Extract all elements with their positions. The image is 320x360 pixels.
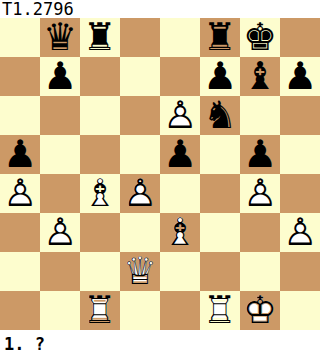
chess-board: ♛♜♜♚♟♟♝♟♟♙♞♟♟♟♟♙♝♗♟♙♟♙♟♙♝♗♟♙♛♕♜♖♜♖♚♔: [0, 18, 320, 330]
square-e2[interactable]: [160, 252, 200, 291]
square-a3[interactable]: [0, 213, 40, 252]
white-rook-f1[interactable]: ♜♖: [203, 291, 237, 330]
square-a8[interactable]: [0, 18, 40, 57]
square-d3[interactable]: [120, 213, 160, 252]
square-c6[interactable]: [80, 96, 120, 135]
black-pawn-a5[interactable]: ♟: [3, 135, 37, 174]
white-bishop-e3[interactable]: ♝♗: [163, 213, 197, 252]
white-piece-outline: ♙: [3, 174, 37, 213]
white-piece-outline: ♖: [83, 291, 117, 330]
black-rook-f8[interactable]: ♜: [203, 18, 237, 57]
square-e8[interactable]: [160, 18, 200, 57]
square-b4[interactable]: [40, 174, 80, 213]
white-piece-outline: ♙: [123, 174, 157, 213]
square-e3[interactable]: ♝♗: [160, 213, 200, 252]
square-e5[interactable]: ♟: [160, 135, 200, 174]
square-f7[interactable]: ♟: [200, 57, 240, 96]
white-bishop-c4[interactable]: ♝♗: [83, 174, 117, 213]
white-pawn-e6[interactable]: ♟♙: [163, 96, 197, 135]
white-piece-outline: ♕: [123, 252, 157, 291]
square-g2[interactable]: [240, 252, 280, 291]
white-pawn-d4[interactable]: ♟♙: [123, 174, 157, 213]
square-f2[interactable]: [200, 252, 240, 291]
square-h6[interactable]: [280, 96, 320, 135]
square-h7[interactable]: ♟: [280, 57, 320, 96]
square-c5[interactable]: [80, 135, 120, 174]
square-f1[interactable]: ♜♖: [200, 291, 240, 330]
square-c2[interactable]: [80, 252, 120, 291]
square-e1[interactable]: [160, 291, 200, 330]
square-d4[interactable]: ♟♙: [120, 174, 160, 213]
square-d5[interactable]: [120, 135, 160, 174]
square-a7[interactable]: [0, 57, 40, 96]
white-piece-outline: ♙: [43, 213, 77, 252]
square-b1[interactable]: [40, 291, 80, 330]
square-d6[interactable]: [120, 96, 160, 135]
square-g7[interactable]: ♝: [240, 57, 280, 96]
black-pawn-e5[interactable]: ♟: [163, 135, 197, 174]
square-d8[interactable]: [120, 18, 160, 57]
black-king-g8[interactable]: ♚: [243, 18, 277, 57]
square-c7[interactable]: [80, 57, 120, 96]
square-g4[interactable]: ♟♙: [240, 174, 280, 213]
square-g5[interactable]: ♟: [240, 135, 280, 174]
white-piece-outline: ♗: [83, 174, 117, 213]
square-f8[interactable]: ♜: [200, 18, 240, 57]
square-a6[interactable]: [0, 96, 40, 135]
square-g6[interactable]: [240, 96, 280, 135]
square-f3[interactable]: [200, 213, 240, 252]
square-g3[interactable]: [240, 213, 280, 252]
white-rook-c1[interactable]: ♜♖: [83, 291, 117, 330]
move-prompt-label: 1. ?: [4, 334, 45, 354]
white-piece-outline: ♙: [243, 174, 277, 213]
square-c4[interactable]: ♝♗: [80, 174, 120, 213]
white-piece-outline: ♖: [203, 291, 237, 330]
square-a4[interactable]: ♟♙: [0, 174, 40, 213]
square-b8[interactable]: ♛: [40, 18, 80, 57]
square-g1[interactable]: ♚♔: [240, 291, 280, 330]
black-queen-b8[interactable]: ♛: [43, 18, 77, 57]
black-knight-f6[interactable]: ♞: [203, 96, 237, 135]
white-piece-outline: ♙: [163, 96, 197, 135]
square-f6[interactable]: ♞: [200, 96, 240, 135]
square-h2[interactable]: [280, 252, 320, 291]
square-e4[interactable]: [160, 174, 200, 213]
square-e6[interactable]: ♟♙: [160, 96, 200, 135]
white-pawn-g4[interactable]: ♟♙: [243, 174, 277, 213]
square-c3[interactable]: [80, 213, 120, 252]
square-d7[interactable]: [120, 57, 160, 96]
white-piece-outline: ♙: [283, 213, 317, 252]
white-piece-outline: ♗: [163, 213, 197, 252]
square-b3[interactable]: ♟♙: [40, 213, 80, 252]
square-h8[interactable]: [280, 18, 320, 57]
square-f4[interactable]: [200, 174, 240, 213]
square-g8[interactable]: ♚: [240, 18, 280, 57]
square-b7[interactable]: ♟: [40, 57, 80, 96]
square-h4[interactable]: [280, 174, 320, 213]
square-b2[interactable]: [40, 252, 80, 291]
square-a1[interactable]: [0, 291, 40, 330]
square-h5[interactable]: [280, 135, 320, 174]
square-h3[interactable]: ♟♙: [280, 213, 320, 252]
white-pawn-a4[interactable]: ♟♙: [3, 174, 37, 213]
square-b6[interactable]: [40, 96, 80, 135]
white-pawn-b3[interactable]: ♟♙: [43, 213, 77, 252]
square-d2[interactable]: ♛♕: [120, 252, 160, 291]
square-b5[interactable]: [40, 135, 80, 174]
black-pawn-g5[interactable]: ♟: [243, 135, 277, 174]
white-king-g1[interactable]: ♚♔: [243, 291, 277, 330]
black-pawn-f7[interactable]: ♟: [203, 57, 237, 96]
square-a2[interactable]: [0, 252, 40, 291]
black-pawn-b7[interactable]: ♟: [43, 57, 77, 96]
black-bishop-g7[interactable]: ♝: [243, 57, 277, 96]
black-rook-c8[interactable]: ♜: [83, 18, 117, 57]
square-h1[interactable]: [280, 291, 320, 330]
square-a5[interactable]: ♟: [0, 135, 40, 174]
black-pawn-h7[interactable]: ♟: [283, 57, 317, 96]
square-c1[interactable]: ♜♖: [80, 291, 120, 330]
square-d1[interactable]: [120, 291, 160, 330]
white-queen-d2[interactable]: ♛♕: [123, 252, 157, 291]
square-f5[interactable]: [200, 135, 240, 174]
white-piece-outline: ♔: [243, 291, 277, 330]
square-e7[interactable]: [160, 57, 200, 96]
white-pawn-h3[interactable]: ♟♙: [283, 213, 317, 252]
square-c8[interactable]: ♜: [80, 18, 120, 57]
chess-app-window: T1.2796 ♛♜♜♚♟♟♝♟♟♙♞♟♟♟♟♙♝♗♟♙♟♙♟♙♝♗♟♙♛♕♜♖…: [0, 0, 320, 360]
position-id-label: T1.2796: [2, 1, 74, 18]
